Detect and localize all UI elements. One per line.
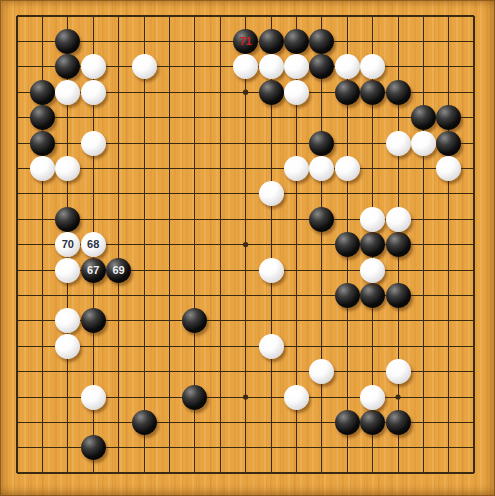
black-stone — [55, 54, 80, 79]
move-number-label: 70 — [62, 239, 74, 250]
black-stone — [386, 410, 411, 435]
black-stone — [81, 435, 106, 460]
black-stone — [30, 105, 55, 130]
white-stone — [259, 54, 284, 79]
black-stone — [309, 207, 334, 232]
black-stone: 69 — [106, 258, 131, 283]
white-stone — [284, 385, 309, 410]
black-stone — [360, 80, 385, 105]
black-stone — [182, 385, 207, 410]
white-stone — [386, 207, 411, 232]
white-stone — [81, 385, 106, 410]
black-stone — [436, 131, 461, 156]
white-stone: 70 — [55, 232, 80, 257]
black-stone — [30, 80, 55, 105]
white-stone — [360, 258, 385, 283]
white-stone — [284, 80, 309, 105]
white-stone — [436, 156, 461, 181]
black-stone — [335, 283, 360, 308]
black-stone — [335, 232, 360, 257]
white-stone: 68 — [81, 232, 106, 257]
white-stone — [309, 359, 334, 384]
black-stone: 71 — [233, 29, 258, 54]
black-stone — [55, 207, 80, 232]
white-stone — [233, 54, 258, 79]
move-number-label: 67 — [87, 265, 99, 276]
white-stone — [55, 258, 80, 283]
black-stone — [411, 105, 436, 130]
black-stone — [309, 131, 334, 156]
white-stone — [55, 308, 80, 333]
black-stone — [284, 29, 309, 54]
black-stone — [436, 105, 461, 130]
black-stone — [259, 29, 284, 54]
move-number-label: 69 — [112, 265, 124, 276]
go-board[interactable]: 7167697068 — [0, 0, 495, 496]
white-stone — [55, 80, 80, 105]
white-stone — [259, 258, 284, 283]
white-stone — [284, 54, 309, 79]
white-stone — [360, 207, 385, 232]
white-stone — [284, 156, 309, 181]
white-stone — [360, 385, 385, 410]
move-number-label: 68 — [87, 239, 99, 250]
black-stone — [182, 308, 207, 333]
white-stone — [259, 181, 284, 206]
white-stone — [81, 131, 106, 156]
black-stone — [55, 29, 80, 54]
white-stone — [386, 359, 411, 384]
black-stone: 67 — [81, 258, 106, 283]
white-stone — [55, 334, 80, 359]
black-stone — [309, 54, 334, 79]
black-stone — [360, 283, 385, 308]
white-stone — [132, 54, 157, 79]
black-stone — [30, 131, 55, 156]
white-stone — [81, 80, 106, 105]
black-stone — [386, 283, 411, 308]
black-stone — [132, 410, 157, 435]
black-stone — [335, 410, 360, 435]
black-stone — [259, 80, 284, 105]
white-stone — [411, 131, 436, 156]
black-stone — [81, 308, 106, 333]
white-stone — [55, 156, 80, 181]
white-stone — [386, 131, 411, 156]
white-stone — [259, 334, 284, 359]
white-stone — [335, 156, 360, 181]
stones-layer: 7167697068 — [0, 0, 495, 496]
black-stone — [386, 232, 411, 257]
white-stone — [30, 156, 55, 181]
white-stone — [81, 54, 106, 79]
move-number-label: 71 — [239, 36, 251, 47]
black-stone — [360, 232, 385, 257]
black-stone — [360, 410, 385, 435]
black-stone — [309, 29, 334, 54]
white-stone — [335, 54, 360, 79]
black-stone — [386, 80, 411, 105]
white-stone — [309, 156, 334, 181]
black-stone — [335, 80, 360, 105]
white-stone — [360, 54, 385, 79]
